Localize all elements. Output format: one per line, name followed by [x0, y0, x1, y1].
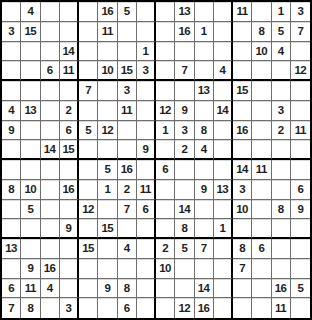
cell-r2c13[interactable] [233, 22, 252, 42]
cell-r1c14[interactable] [252, 2, 271, 22]
cell-r14c10[interactable] [175, 259, 194, 279]
cell-r6c3[interactable] [41, 101, 60, 121]
cell-r16c16[interactable] [291, 298, 310, 318]
cell-r2c4[interactable] [60, 22, 79, 42]
cell-r3c5[interactable] [79, 42, 98, 62]
cell-r13c2[interactable] [21, 239, 40, 259]
cell-r1c12[interactable] [214, 2, 233, 22]
cell-r15c9[interactable] [156, 279, 175, 299]
cell-r2c11[interactable]: 1 [195, 22, 214, 42]
cell-r12c4[interactable]: 9 [60, 219, 79, 239]
cell-r1c6[interactable]: 16 [98, 2, 117, 22]
cell-r11c2[interactable]: 5 [21, 200, 40, 220]
cell-r2c14[interactable]: 8 [252, 22, 271, 42]
cell-r10c7[interactable]: 2 [118, 180, 137, 200]
cell-r14c13[interactable]: 7 [233, 259, 252, 279]
cell-r15c13[interactable] [233, 279, 252, 299]
cell-r15c10[interactable] [175, 279, 194, 299]
cell-r13c9[interactable]: 2 [156, 239, 175, 259]
cell-r14c14[interactable] [252, 259, 271, 279]
cell-r4c6[interactable]: 10 [98, 61, 117, 81]
cell-r4c5[interactable] [79, 61, 98, 81]
cell-r3c3[interactable] [41, 42, 60, 62]
cell-r7c1[interactable]: 9 [2, 121, 21, 141]
cell-r5c9[interactable] [156, 81, 175, 101]
cell-r15c16[interactable]: 5 [291, 279, 310, 299]
cell-r8c15[interactable] [272, 140, 291, 160]
cell-r6c2[interactable]: 13 [21, 101, 40, 121]
cell-r9c15[interactable] [272, 160, 291, 180]
cell-r12c12[interactable]: 1 [214, 219, 233, 239]
cell-r1c10[interactable]: 13 [175, 2, 194, 22]
cell-r8c1[interactable] [2, 140, 21, 160]
cell-r9c6[interactable]: 5 [98, 160, 117, 180]
cell-r8c14[interactable] [252, 140, 271, 160]
cell-r1c3[interactable] [41, 2, 60, 22]
cell-r7c5[interactable]: 5 [79, 121, 98, 141]
cell-r13c1[interactable]: 13 [2, 239, 21, 259]
cell-r12c14[interactable] [252, 219, 271, 239]
cell-r7c15[interactable]: 2 [272, 121, 291, 141]
cell-r12c5[interactable] [79, 219, 98, 239]
cell-r16c1[interactable]: 7 [2, 298, 21, 318]
cell-r12c9[interactable] [156, 219, 175, 239]
cell-r13c5[interactable]: 15 [79, 239, 98, 259]
cell-r11c13[interactable]: 10 [233, 200, 252, 220]
cell-r5c6[interactable] [98, 81, 117, 101]
cell-r2c16[interactable]: 7 [291, 22, 310, 42]
cell-r5c5[interactable]: 7 [79, 81, 98, 101]
cell-r1c2[interactable]: 4 [21, 2, 40, 22]
cell-r11c8[interactable]: 6 [137, 200, 156, 220]
cell-r8c7[interactable] [118, 140, 137, 160]
cell-r13c4[interactable] [60, 239, 79, 259]
cell-r5c12[interactable] [214, 81, 233, 101]
cell-r9c4[interactable] [60, 160, 79, 180]
cell-r2c7[interactable] [118, 22, 137, 42]
cell-r9c9[interactable]: 6 [156, 160, 175, 180]
cell-r6c8[interactable] [137, 101, 156, 121]
cell-r7c13[interactable]: 16 [233, 121, 252, 141]
cell-r7c8[interactable] [137, 121, 156, 141]
cell-r8c2[interactable] [21, 140, 40, 160]
cell-r14c1[interactable] [2, 259, 21, 279]
cell-r8c11[interactable]: 4 [195, 140, 214, 160]
cell-r2c12[interactable] [214, 22, 233, 42]
cell-r13c7[interactable]: 4 [118, 239, 137, 259]
cell-r5c10[interactable] [175, 81, 194, 101]
cell-r1c1[interactable] [2, 2, 21, 22]
cell-r2c8[interactable] [137, 22, 156, 42]
cell-r7c14[interactable] [252, 121, 271, 141]
cell-r9c14[interactable]: 11 [252, 160, 271, 180]
cell-r6c10[interactable]: 9 [175, 101, 194, 121]
cell-r9c16[interactable] [291, 160, 310, 180]
cell-r1c13[interactable]: 11 [233, 2, 252, 22]
cell-r3c2[interactable] [21, 42, 40, 62]
cell-r10c13[interactable]: 3 [233, 180, 252, 200]
cell-r4c8[interactable]: 3 [137, 61, 156, 81]
cell-r3c15[interactable]: 4 [272, 42, 291, 62]
cell-r6c6[interactable] [98, 101, 117, 121]
cell-r9c12[interactable] [214, 160, 233, 180]
cell-r11c14[interactable] [252, 200, 271, 220]
cell-r10c1[interactable]: 8 [2, 180, 21, 200]
cell-r4c13[interactable] [233, 61, 252, 81]
cell-r8c16[interactable] [291, 140, 310, 160]
cell-r15c7[interactable]: 8 [118, 279, 137, 299]
cell-r13c3[interactable] [41, 239, 60, 259]
cell-r14c3[interactable]: 16 [41, 259, 60, 279]
cell-r3c14[interactable]: 10 [252, 42, 271, 62]
cell-r1c5[interactable] [79, 2, 98, 22]
cell-r3c12[interactable] [214, 42, 233, 62]
cell-r11c7[interactable]: 7 [118, 200, 137, 220]
cell-r11c9[interactable] [156, 200, 175, 220]
cell-r5c8[interactable] [137, 81, 156, 101]
cell-r5c4[interactable] [60, 81, 79, 101]
cell-r6c11[interactable] [195, 101, 214, 121]
cell-r15c15[interactable]: 16 [272, 279, 291, 299]
cell-r8c10[interactable]: 2 [175, 140, 194, 160]
cell-r6c16[interactable] [291, 101, 310, 121]
cell-r9c10[interactable] [175, 160, 194, 180]
cell-r1c16[interactable]: 3 [291, 2, 310, 22]
cell-r8c9[interactable] [156, 140, 175, 160]
cell-r7c7[interactable] [118, 121, 137, 141]
cell-r2c15[interactable]: 5 [272, 22, 291, 42]
cell-r6c5[interactable] [79, 101, 98, 121]
cell-r16c6[interactable] [98, 298, 117, 318]
cell-r11c5[interactable]: 12 [79, 200, 98, 220]
cell-r16c15[interactable]: 11 [272, 298, 291, 318]
cell-r5c1[interactable] [2, 81, 21, 101]
cell-r7c4[interactable]: 6 [60, 121, 79, 141]
cell-r9c7[interactable]: 16 [118, 160, 137, 180]
cell-r16c2[interactable]: 8 [21, 298, 40, 318]
cell-r4c11[interactable] [195, 61, 214, 81]
cell-r8c12[interactable] [214, 140, 233, 160]
cell-r6c4[interactable]: 2 [60, 101, 79, 121]
cell-r8c8[interactable]: 9 [137, 140, 156, 160]
cell-r16c13[interactable] [233, 298, 252, 318]
cell-r4c2[interactable] [21, 61, 40, 81]
cell-r15c3[interactable]: 4 [41, 279, 60, 299]
cell-r12c7[interactable] [118, 219, 137, 239]
cell-r9c3[interactable] [41, 160, 60, 180]
cell-r16c11[interactable]: 16 [195, 298, 214, 318]
cell-r10c6[interactable]: 1 [98, 180, 117, 200]
cell-r7c11[interactable]: 8 [195, 121, 214, 141]
cell-r9c11[interactable] [195, 160, 214, 180]
cell-r8c3[interactable]: 14 [41, 140, 60, 160]
cell-r11c15[interactable]: 8 [272, 200, 291, 220]
cell-r1c11[interactable] [195, 2, 214, 22]
cell-r14c16[interactable] [291, 259, 310, 279]
cell-r12c15[interactable] [272, 219, 291, 239]
cell-r15c14[interactable] [252, 279, 271, 299]
cell-r3c9[interactable] [156, 42, 175, 62]
cell-r12c1[interactable] [2, 219, 21, 239]
cell-r7c16[interactable]: 11 [291, 121, 310, 141]
cell-r2c3[interactable] [41, 22, 60, 42]
cell-r6c12[interactable]: 14 [214, 101, 233, 121]
cell-r10c16[interactable]: 6 [291, 180, 310, 200]
cell-r11c11[interactable] [195, 200, 214, 220]
cell-r9c1[interactable] [2, 160, 21, 180]
cell-r10c4[interactable]: 16 [60, 180, 79, 200]
cell-r13c6[interactable] [98, 239, 117, 259]
cell-r16c8[interactable] [137, 298, 156, 318]
cell-r7c6[interactable]: 12 [98, 121, 117, 141]
cell-r15c6[interactable]: 9 [98, 279, 117, 299]
cell-r10c3[interactable] [41, 180, 60, 200]
cell-r5c15[interactable] [272, 81, 291, 101]
cell-r15c2[interactable]: 11 [21, 279, 40, 299]
cell-r2c5[interactable] [79, 22, 98, 42]
cell-r12c8[interactable] [137, 219, 156, 239]
cell-r15c4[interactable] [60, 279, 79, 299]
cell-r11c6[interactable] [98, 200, 117, 220]
cell-r4c14[interactable] [252, 61, 271, 81]
cell-r14c4[interactable] [60, 259, 79, 279]
cell-r4c15[interactable] [272, 61, 291, 81]
cell-r6c14[interactable] [252, 101, 271, 121]
cell-r10c15[interactable] [272, 180, 291, 200]
cell-r11c10[interactable]: 14 [175, 200, 194, 220]
cell-r11c12[interactable] [214, 200, 233, 220]
cell-r12c13[interactable] [233, 219, 252, 239]
cell-r13c14[interactable]: 6 [252, 239, 271, 259]
cell-r5c2[interactable] [21, 81, 40, 101]
cell-r16c4[interactable]: 3 [60, 298, 79, 318]
cell-r7c9[interactable]: 1 [156, 121, 175, 141]
cell-r13c8[interactable] [137, 239, 156, 259]
cell-r14c9[interactable]: 10 [156, 259, 175, 279]
cell-r14c15[interactable] [272, 259, 291, 279]
cell-r10c14[interactable] [252, 180, 271, 200]
cell-r7c3[interactable] [41, 121, 60, 141]
cell-r1c7[interactable]: 5 [118, 2, 137, 22]
cell-r10c11[interactable]: 9 [195, 180, 214, 200]
cell-r12c3[interactable] [41, 219, 60, 239]
cell-r14c8[interactable] [137, 259, 156, 279]
cell-r14c12[interactable] [214, 259, 233, 279]
cell-r2c6[interactable]: 11 [98, 22, 117, 42]
cell-r13c15[interactable] [272, 239, 291, 259]
cell-r9c5[interactable] [79, 160, 98, 180]
cell-r4c9[interactable] [156, 61, 175, 81]
cell-r13c10[interactable]: 5 [175, 239, 194, 259]
cell-r11c3[interactable] [41, 200, 60, 220]
cell-r16c5[interactable] [79, 298, 98, 318]
cell-r7c12[interactable] [214, 121, 233, 141]
cell-r12c2[interactable] [21, 219, 40, 239]
cell-r3c13[interactable] [233, 42, 252, 62]
cell-r8c4[interactable]: 15 [60, 140, 79, 160]
cell-r16c9[interactable] [156, 298, 175, 318]
cell-r3c10[interactable] [175, 42, 194, 62]
cell-r16c3[interactable] [41, 298, 60, 318]
cell-r5c13[interactable]: 15 [233, 81, 252, 101]
cell-r1c9[interactable] [156, 2, 175, 22]
cell-r12c11[interactable] [195, 219, 214, 239]
cell-r4c16[interactable]: 12 [291, 61, 310, 81]
sudoku-board: 4165131113315111618571411046111015374127… [0, 0, 312, 320]
cell-r13c12[interactable] [214, 239, 233, 259]
cell-r12c16[interactable] [291, 219, 310, 239]
cell-r16c12[interactable] [214, 298, 233, 318]
cell-r3c7[interactable] [118, 42, 137, 62]
cell-r4c4[interactable]: 11 [60, 61, 79, 81]
cell-r1c15[interactable]: 1 [272, 2, 291, 22]
cell-r16c14[interactable] [252, 298, 271, 318]
cell-r14c2[interactable]: 9 [21, 259, 40, 279]
sudoku-puzzle: 4165131113315111618571411046111015374127… [0, 0, 312, 320]
cell-r16c10[interactable]: 12 [175, 298, 194, 318]
cell-r3c6[interactable] [98, 42, 117, 62]
cell-r2c10[interactable]: 16 [175, 22, 194, 42]
cell-r5c16[interactable] [291, 81, 310, 101]
cell-r12c6[interactable]: 15 [98, 219, 117, 239]
cell-r5c11[interactable]: 13 [195, 81, 214, 101]
cell-r3c8[interactable]: 1 [137, 42, 156, 62]
cell-r9c8[interactable] [137, 160, 156, 180]
cell-r15c5[interactable] [79, 279, 98, 299]
cell-r8c13[interactable] [233, 140, 252, 160]
cell-r10c8[interactable]: 11 [137, 180, 156, 200]
cell-r9c2[interactable] [21, 160, 40, 180]
cell-r12c10[interactable]: 8 [175, 219, 194, 239]
cell-r13c13[interactable]: 8 [233, 239, 252, 259]
cell-r11c1[interactable] [2, 200, 21, 220]
cell-r11c4[interactable] [60, 200, 79, 220]
cell-r3c1[interactable] [2, 42, 21, 62]
cell-r14c11[interactable] [195, 259, 214, 279]
cell-r16c7[interactable]: 6 [118, 298, 137, 318]
cell-r14c5[interactable] [79, 259, 98, 279]
cell-r9c13[interactable]: 14 [233, 160, 252, 180]
cell-r14c6[interactable] [98, 259, 117, 279]
cell-r10c2[interactable]: 10 [21, 180, 40, 200]
cell-r5c14[interactable] [252, 81, 271, 101]
cell-r5c7[interactable]: 3 [118, 81, 137, 101]
cell-r8c5[interactable] [79, 140, 98, 160]
cell-r2c2[interactable]: 15 [21, 22, 40, 42]
cell-r7c2[interactable] [21, 121, 40, 141]
cell-r10c5[interactable] [79, 180, 98, 200]
cell-r13c16[interactable] [291, 239, 310, 259]
cell-r4c7[interactable]: 15 [118, 61, 137, 81]
cell-r11c16[interactable]: 9 [291, 200, 310, 220]
cell-r1c8[interactable] [137, 2, 156, 22]
cell-r10c12[interactable]: 13 [214, 180, 233, 200]
cell-r6c9[interactable]: 12 [156, 101, 175, 121]
cell-r2c1[interactable]: 3 [2, 22, 21, 42]
cell-r4c1[interactable] [2, 61, 21, 81]
cell-r3c16[interactable] [291, 42, 310, 62]
cell-r7c10[interactable]: 3 [175, 121, 194, 141]
cell-r14c7[interactable] [118, 259, 137, 279]
cell-r10c10[interactable] [175, 180, 194, 200]
cell-r13c11[interactable]: 7 [195, 239, 214, 259]
cell-r4c12[interactable]: 4 [214, 61, 233, 81]
cell-r3c4[interactable]: 14 [60, 42, 79, 62]
cell-r10c9[interactable] [156, 180, 175, 200]
cell-r4c3[interactable]: 6 [41, 61, 60, 81]
cell-r4c10[interactable]: 7 [175, 61, 194, 81]
cell-r15c12[interactable] [214, 279, 233, 299]
cell-r2c9[interactable] [156, 22, 175, 42]
cell-r1c4[interactable] [60, 2, 79, 22]
cell-r6c15[interactable]: 3 [272, 101, 291, 121]
cell-r15c1[interactable]: 6 [2, 279, 21, 299]
cell-r3c11[interactable] [195, 42, 214, 62]
cell-r15c8[interactable] [137, 279, 156, 299]
cell-r15c11[interactable]: 14 [195, 279, 214, 299]
cell-r5c3[interactable] [41, 81, 60, 101]
cell-r6c7[interactable]: 11 [118, 101, 137, 121]
cell-r6c13[interactable] [233, 101, 252, 121]
cell-r8c6[interactable] [98, 140, 117, 160]
cell-r6c1[interactable]: 4 [2, 101, 21, 121]
